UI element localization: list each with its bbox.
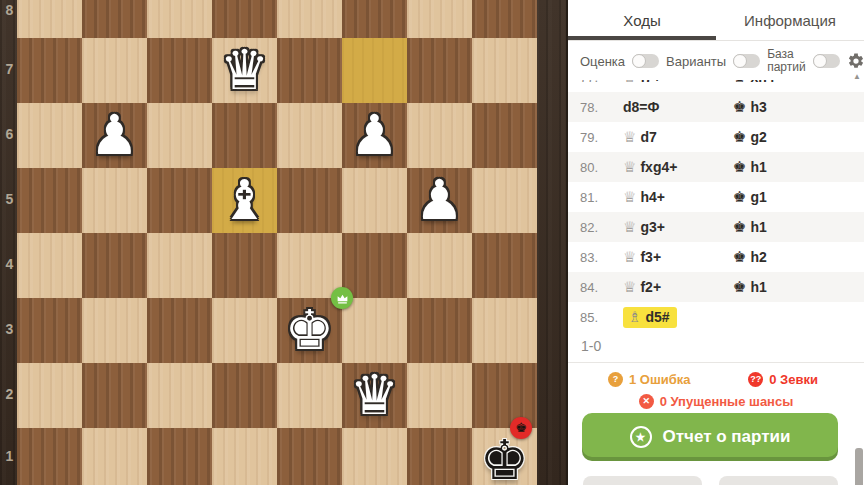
square-f5[interactable] xyxy=(342,168,407,233)
square-b1[interactable] xyxy=(82,428,147,485)
stat-label: 1 Ошибка xyxy=(629,372,691,387)
white-move[interactable]: ♕g3+ xyxy=(623,219,733,235)
toggle-switch-off[interactable] xyxy=(632,54,659,68)
piece-white-bishop-d5[interactable]: ♝ xyxy=(212,168,277,233)
stat-item: ??0 Зевки xyxy=(748,372,818,387)
square-a4[interactable] xyxy=(17,233,82,298)
rank-label-1: 1 xyxy=(3,449,16,464)
square-c7[interactable] xyxy=(147,38,212,103)
move-row-84: 84.♕f2+♚h1 xyxy=(568,272,864,302)
move-number: 81. xyxy=(568,190,623,205)
white-queen-icon: ♕ xyxy=(623,80,636,85)
square-g8[interactable] xyxy=(407,0,472,38)
square-d3[interactable] xyxy=(212,298,277,363)
square-d6[interactable] xyxy=(212,103,277,168)
square-c4[interactable] xyxy=(147,233,212,298)
rank-label-3: 3 xyxy=(3,322,16,337)
square-a8[interactable] xyxy=(17,0,82,38)
toggle-switch-off[interactable] xyxy=(813,54,840,68)
square-h6[interactable] xyxy=(472,103,537,168)
black-move[interactable]: ♚h1 xyxy=(733,159,864,175)
stat-label: 0 Зевки xyxy=(769,372,818,387)
move-text: h4+ xyxy=(640,189,665,205)
bottom-button-right[interactable] xyxy=(719,476,838,485)
white-queen-icon: ♕ xyxy=(623,279,636,295)
square-h3[interactable] xyxy=(472,298,537,363)
square-e1[interactable] xyxy=(277,428,342,485)
square-f7[interactable] xyxy=(342,38,407,103)
star-icon xyxy=(630,426,652,448)
move-text: d5# xyxy=(645,309,669,325)
square-a3[interactable] xyxy=(17,298,82,363)
square-c2[interactable] xyxy=(147,363,212,428)
square-d2[interactable] xyxy=(212,363,277,428)
piece-white-pawn-f6[interactable]: ♟ xyxy=(342,103,407,168)
toggle-label: Варианты xyxy=(666,54,726,69)
black-king-icon: ♚ xyxy=(733,189,746,205)
side-panel: ХодыИнформация ОценкаВариантыБаза партий… xyxy=(566,0,864,485)
scrollbar-thumb[interactable] xyxy=(855,448,863,485)
game-report-button[interactable]: Отчет о партии xyxy=(582,413,838,461)
rank-label-8: 8 xyxy=(3,3,16,18)
white-move[interactable]: ♕fxg4+ xyxy=(623,159,733,175)
square-b4[interactable] xyxy=(82,233,147,298)
chess-analysis-page: ♛♟♟♝♟♚♛♚ 87654321 ♚ ХодыИнформация Оценк… xyxy=(0,0,864,485)
game-report-label: Отчет о партии xyxy=(663,427,791,447)
square-d4[interactable] xyxy=(212,233,277,298)
piece-white-king-e3[interactable]: ♚ xyxy=(277,298,342,363)
square-b7[interactable] xyxy=(82,38,147,103)
rank-label-2: 2 xyxy=(3,387,16,402)
square-c1[interactable] xyxy=(147,428,212,485)
square-h8[interactable] xyxy=(472,0,537,38)
square-h4[interactable] xyxy=(472,233,537,298)
move-row-79: 79.♕d7♚g2 xyxy=(568,122,864,152)
chess-board: ♛♟♟♝♟♚♛♚ xyxy=(17,0,537,485)
black-king-icon: ♚ xyxy=(733,99,746,115)
black-move[interactable]: ♚h1 xyxy=(733,279,864,295)
toggle-knob xyxy=(733,54,747,68)
piece-white-queen-f2[interactable]: ♛ xyxy=(342,363,407,428)
white-move[interactable]: d8=Ф xyxy=(623,99,733,115)
move-row-81: 81.♕h4+♚g1 xyxy=(568,182,864,212)
square-e2[interactable] xyxy=(277,363,342,428)
square-a2[interactable] xyxy=(17,363,82,428)
square-e7[interactable] xyxy=(277,38,342,103)
move-text: d7 xyxy=(640,129,656,145)
square-f4[interactable] xyxy=(342,233,407,298)
square-b2[interactable] xyxy=(82,363,147,428)
white-move[interactable]: ♕f7+ xyxy=(623,80,733,85)
move-number: 78. xyxy=(568,100,623,115)
black-king-icon: ♚ xyxy=(733,279,746,295)
black-move[interactable]: ♚g2 xyxy=(733,129,864,145)
square-c3[interactable] xyxy=(147,298,212,363)
move-text: h2 xyxy=(750,249,766,265)
move-number: 85. xyxy=(568,310,623,325)
rank-label-4: 4 xyxy=(3,257,16,272)
move-row-83: 83.♕f3+♚h2 xyxy=(568,242,864,272)
square-d8[interactable] xyxy=(212,0,277,38)
white-move[interactable]: ♕d7 xyxy=(623,129,733,145)
rank-label-7: 7 xyxy=(3,62,16,77)
move-number: 77. xyxy=(568,80,623,85)
tab-bar: ХодыИнформация xyxy=(568,0,864,41)
rank-label-5: 5 xyxy=(3,192,16,207)
winner-crown-icon xyxy=(331,287,353,309)
square-a6[interactable] xyxy=(17,103,82,168)
black-move[interactable]: ♚h2 xyxy=(733,249,864,265)
black-king-icon: ♚ xyxy=(733,249,746,265)
square-e5[interactable] xyxy=(277,168,342,233)
selected-move-highlight[interactable]: ♗d5# xyxy=(623,307,677,328)
black-king-icon: ♚ xyxy=(733,80,746,85)
move-row-82: 82.♕g3+♚h1 xyxy=(568,212,864,242)
game-result: 1-0 xyxy=(568,332,864,360)
square-b8[interactable] xyxy=(82,0,147,38)
square-f1[interactable] xyxy=(342,428,407,485)
square-a7[interactable] xyxy=(17,38,82,103)
black-king-icon: ♚ xyxy=(733,219,746,235)
move-number: 84. xyxy=(568,280,623,295)
move-number: 82. xyxy=(568,220,623,235)
piece-white-queen-d7[interactable]: ♛ xyxy=(212,38,277,103)
toggle-knob xyxy=(813,54,827,68)
white-bishop-icon: ♗ xyxy=(628,309,641,325)
white-queen-icon: ♕ xyxy=(623,189,636,205)
move-text: g2 xyxy=(750,129,766,145)
square-a1[interactable] xyxy=(17,428,82,485)
piece-white-pawn-g5[interactable]: ♟ xyxy=(407,168,472,233)
stat-badge-icon: ✕ xyxy=(639,394,654,409)
black-move[interactable]: ♚h3 xyxy=(733,99,864,115)
move-text: d8=Ф xyxy=(623,99,659,115)
square-b5[interactable] xyxy=(82,168,147,233)
move-row-85: 85.♗d5# xyxy=(568,302,864,332)
toggle-label: База партий xyxy=(767,48,805,74)
stat-badge-icon: ? xyxy=(608,372,623,387)
white-move[interactable]: ♕f3+ xyxy=(623,249,733,265)
white-move[interactable]: ♕h4+ xyxy=(623,189,733,205)
move-text: g3+ xyxy=(640,219,665,235)
stat-item: ?1 Ошибка xyxy=(608,372,691,387)
square-g6[interactable] xyxy=(407,103,472,168)
black-move[interactable]: ♚h1 xyxy=(733,219,864,235)
analysis-controls: ОценкаВариантыБаза партий xyxy=(568,41,864,81)
square-g2[interactable] xyxy=(407,363,472,428)
tab-moves[interactable]: Ходы xyxy=(568,0,716,40)
move-text: f3+ xyxy=(640,249,661,265)
move-text: h1 xyxy=(750,159,766,175)
white-queen-icon: ♕ xyxy=(623,219,636,235)
square-h7[interactable] xyxy=(472,38,537,103)
square-g4[interactable] xyxy=(407,233,472,298)
bottom-button-left[interactable] xyxy=(583,476,702,485)
square-c5[interactable] xyxy=(147,168,212,233)
square-g3[interactable] xyxy=(407,298,472,363)
white-queen-icon: ♕ xyxy=(623,249,636,265)
white-queen-icon: ♕ xyxy=(623,159,636,175)
black-move[interactable]: ♚g1 xyxy=(733,189,864,205)
square-a5[interactable] xyxy=(17,168,82,233)
move-text: h1 xyxy=(750,219,766,235)
rank-label-6: 6 xyxy=(3,127,16,142)
white-move[interactable]: ♕f2+ xyxy=(623,279,733,295)
move-text: f2+ xyxy=(640,279,661,295)
move-text: h1 xyxy=(750,279,766,295)
tab-information[interactable]: Информация xyxy=(716,0,864,40)
toggle-knob xyxy=(632,54,646,68)
move-number: 79. xyxy=(568,130,623,145)
move-row-77: 77.♕f7+♚xh4 xyxy=(568,80,864,92)
white-queen-icon: ♕ xyxy=(623,129,636,145)
white-move[interactable]: ♗d5# xyxy=(623,307,733,328)
stat-badge-icon: ?? xyxy=(748,372,763,387)
checkmated-king-icon: ♚ xyxy=(510,417,532,439)
toggle-label: Оценка xyxy=(580,54,625,69)
square-c6[interactable] xyxy=(147,103,212,168)
settings-gear-icon[interactable] xyxy=(847,52,864,70)
square-g7[interactable] xyxy=(407,38,472,103)
square-f3[interactable] xyxy=(342,298,407,363)
stat-label: 0 Упущенные шансы xyxy=(660,394,794,409)
move-text: f7+ xyxy=(640,80,661,85)
scrollbar-up-arrow[interactable] xyxy=(853,73,861,81)
move-row-80: 80.♕fxg4+♚h1 xyxy=(568,152,864,182)
move-text: xh4 xyxy=(750,80,774,85)
black-move[interactable]: ♚xh4 xyxy=(733,80,864,85)
square-e8[interactable] xyxy=(277,0,342,38)
move-text: fxg4+ xyxy=(640,159,677,175)
black-king-icon: ♚ xyxy=(733,129,746,145)
piece-white-pawn-b6[interactable]: ♟ xyxy=(82,103,147,168)
move-text: h3 xyxy=(750,99,766,115)
move-row-78: 78.d8=Ф♚h3 xyxy=(568,92,864,122)
move-number: 83. xyxy=(568,250,623,265)
square-h5[interactable] xyxy=(472,168,537,233)
square-e6[interactable] xyxy=(277,103,342,168)
bottom-buttons xyxy=(583,476,838,485)
move-number: 80. xyxy=(568,160,623,175)
square-d1[interactable] xyxy=(212,428,277,485)
square-c8[interactable] xyxy=(147,0,212,38)
toggle-switch-off[interactable] xyxy=(733,54,760,68)
square-b3[interactable] xyxy=(82,298,147,363)
move-text: g1 xyxy=(750,189,766,205)
move-list: 77.♕f7+♚xh478.d8=Ф♚h379.♕d7♚g280.♕fxg4+♚… xyxy=(568,80,864,362)
square-g1[interactable] xyxy=(407,428,472,485)
stat-item: ✕0 Упущенные шансы xyxy=(639,394,794,409)
black-king-icon: ♚ xyxy=(733,159,746,175)
game-stats: ?1 Ошибка??0 Зевки ✕0 Упущенные шансы xyxy=(568,362,864,409)
square-e4[interactable] xyxy=(277,233,342,298)
square-f8[interactable] xyxy=(342,0,407,38)
